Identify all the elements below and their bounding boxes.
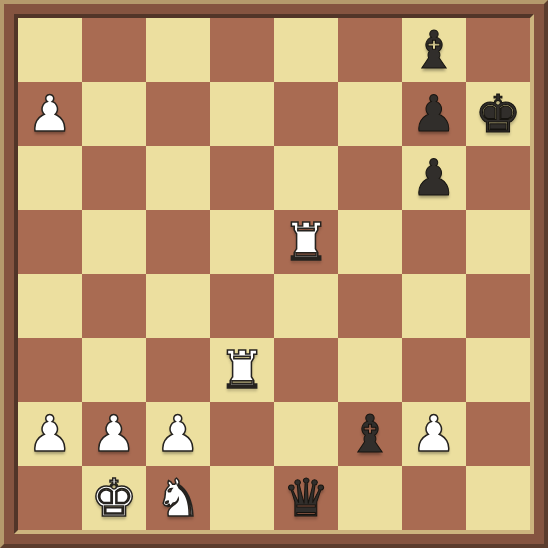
white-pawn-a2[interactable]: ♟ [28, 402, 73, 466]
square-c8[interactable] [146, 18, 210, 82]
white-king-b1[interactable]: ♚ [91, 466, 138, 530]
square-h2[interactable] [466, 402, 530, 466]
square-f7[interactable] [338, 82, 402, 146]
square-h8[interactable] [466, 18, 530, 82]
square-c2[interactable]: ♟ [146, 402, 210, 466]
square-e6[interactable] [274, 146, 338, 210]
square-f2[interactable]: ♝ [338, 402, 402, 466]
square-a8[interactable] [18, 18, 82, 82]
square-h6[interactable] [466, 146, 530, 210]
square-g3[interactable] [402, 338, 466, 402]
square-h3[interactable] [466, 338, 530, 402]
black-queen-e1[interactable]: ♛ [283, 466, 330, 530]
square-g6[interactable]: ♟ [402, 146, 466, 210]
white-pawn-c2[interactable]: ♟ [156, 402, 201, 466]
square-a2[interactable]: ♟ [18, 402, 82, 466]
square-b4[interactable] [82, 274, 146, 338]
white-pawn-a7[interactable]: ♟ [28, 82, 73, 146]
black-pawn-g6[interactable]: ♟ [412, 146, 457, 210]
square-a6[interactable] [18, 146, 82, 210]
square-e5[interactable]: ♜ [274, 210, 338, 274]
square-f3[interactable] [338, 338, 402, 402]
square-g8[interactable]: ♝ [402, 18, 466, 82]
square-d3[interactable]: ♜ [210, 338, 274, 402]
square-d5[interactable] [210, 210, 274, 274]
square-f8[interactable] [338, 18, 402, 82]
square-e4[interactable] [274, 274, 338, 338]
white-rook-d3[interactable]: ♜ [219, 338, 266, 402]
square-a4[interactable] [18, 274, 82, 338]
square-b2[interactable]: ♟ [82, 402, 146, 466]
square-h5[interactable] [466, 210, 530, 274]
square-b6[interactable] [82, 146, 146, 210]
square-f1[interactable] [338, 466, 402, 530]
square-c4[interactable] [146, 274, 210, 338]
board-frame-inner: ♝♟♟♚♟♜♜♟♟♟♝♟♚♞♛ [14, 14, 534, 534]
square-g2[interactable]: ♟ [402, 402, 466, 466]
square-d6[interactable] [210, 146, 274, 210]
square-g1[interactable] [402, 466, 466, 530]
white-pawn-g2[interactable]: ♟ [412, 402, 457, 466]
square-f6[interactable] [338, 146, 402, 210]
square-e8[interactable] [274, 18, 338, 82]
square-b1[interactable]: ♚ [82, 466, 146, 530]
square-c5[interactable] [146, 210, 210, 274]
square-e1[interactable]: ♛ [274, 466, 338, 530]
white-rook-e5[interactable]: ♜ [283, 210, 330, 274]
square-g7[interactable]: ♟ [402, 82, 466, 146]
square-d4[interactable] [210, 274, 274, 338]
white-knight-c1[interactable]: ♞ [155, 466, 202, 530]
black-bishop-f2[interactable]: ♝ [347, 402, 394, 466]
square-g4[interactable] [402, 274, 466, 338]
square-a1[interactable] [18, 466, 82, 530]
square-f5[interactable] [338, 210, 402, 274]
square-d7[interactable] [210, 82, 274, 146]
square-d1[interactable] [210, 466, 274, 530]
square-e2[interactable] [274, 402, 338, 466]
square-c1[interactable]: ♞ [146, 466, 210, 530]
board-frame: ♝♟♟♚♟♜♜♟♟♟♝♟♚♞♛ [0, 0, 548, 548]
square-e7[interactable] [274, 82, 338, 146]
square-h7[interactable]: ♚ [466, 82, 530, 146]
square-c6[interactable] [146, 146, 210, 210]
square-h4[interactable] [466, 274, 530, 338]
square-b3[interactable] [82, 338, 146, 402]
square-a5[interactable] [18, 210, 82, 274]
square-c7[interactable] [146, 82, 210, 146]
black-bishop-g8[interactable]: ♝ [411, 18, 458, 82]
white-pawn-b2[interactable]: ♟ [92, 402, 137, 466]
black-king-h7[interactable]: ♚ [475, 82, 522, 146]
chess-board: ♝♟♟♚♟♜♜♟♟♟♝♟♚♞♛ [18, 18, 530, 530]
square-b7[interactable] [82, 82, 146, 146]
square-a3[interactable] [18, 338, 82, 402]
square-b8[interactable] [82, 18, 146, 82]
square-d8[interactable] [210, 18, 274, 82]
square-a7[interactable]: ♟ [18, 82, 82, 146]
square-d2[interactable] [210, 402, 274, 466]
square-g5[interactable] [402, 210, 466, 274]
square-f4[interactable] [338, 274, 402, 338]
square-b5[interactable] [82, 210, 146, 274]
square-e3[interactable] [274, 338, 338, 402]
square-h1[interactable] [466, 466, 530, 530]
square-c3[interactable] [146, 338, 210, 402]
black-pawn-g7[interactable]: ♟ [412, 82, 457, 146]
